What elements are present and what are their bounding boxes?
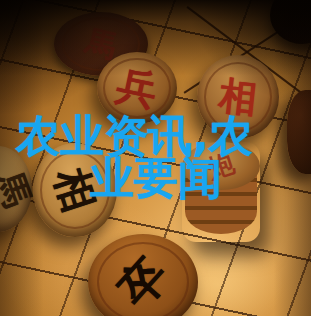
- xiangqi-photo-scene: 馬 兵 相 馬 相 炮 卒 农业资讯,农 业要闻: [0, 0, 311, 316]
- piece-character: 兵: [113, 64, 160, 111]
- headline-line-2: 业要闻: [90, 156, 222, 200]
- xiangqi-piece-right-edge: [287, 90, 311, 174]
